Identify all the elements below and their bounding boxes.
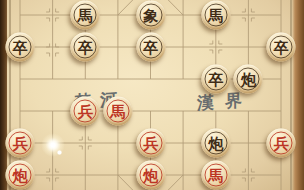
piece-black-pawn-file4-rank3[interactable]: 卒 [136, 33, 165, 62]
piece-glyph: 兵 [78, 104, 93, 119]
piece-black-horse-file2-rank2[interactable]: 馬 [71, 1, 100, 30]
piece-red-pawn-file4-rank6[interactable]: 兵 [136, 129, 165, 158]
piece-glyph: 卒 [143, 40, 158, 55]
piece-glyph: 炮 [143, 168, 158, 183]
piece-glyph: 炮 [241, 72, 256, 87]
piece-glyph: 卒 [208, 72, 223, 87]
piece-glyph: 兵 [143, 136, 158, 151]
piece-glyph: 兵 [274, 136, 289, 151]
piece-glyph: 馬 [78, 8, 93, 23]
piece-red-cannon-file0-rank7[interactable]: 炮 [6, 161, 35, 190]
piece-glyph: 卒 [13, 40, 28, 55]
piece-red-horse-file6-rank7[interactable]: 馬 [201, 161, 230, 190]
piece-glyph: 卒 [78, 40, 93, 55]
piece-red-cannon-file4-rank7[interactable]: 炮 [136, 161, 165, 190]
piece-glyph: 象 [143, 8, 158, 23]
piece-black-pawn-file2-rank3[interactable]: 卒 [71, 33, 100, 62]
piece-glyph: 兵 [13, 136, 28, 151]
piece-glyph: 馬 [110, 104, 125, 119]
piece-red-pawn-file2-rank5[interactable]: 兵 [71, 97, 100, 126]
piece-glyph: 炮 [13, 168, 28, 183]
xiangqi-board[interactable]: 楚河 漢界 馬象馬卒卒卒卒卒炮炮兵馬兵兵兵炮炮馬 [0, 0, 304, 190]
piece-black-elephant-file4-rank2[interactable]: 象 [136, 1, 165, 30]
piece-black-pawn-file8-rank3[interactable]: 卒 [267, 33, 296, 62]
piece-black-cannon-file7-rank4[interactable]: 炮 [234, 65, 263, 94]
piece-glyph: 馬 [208, 168, 223, 183]
piece-glyph: 卒 [274, 40, 289, 55]
piece-glyph: 馬 [208, 8, 223, 23]
piece-black-pawn-file0-rank3[interactable]: 卒 [6, 33, 35, 62]
piece-black-pawn-file6-rank4[interactable]: 卒 [201, 65, 230, 94]
piece-red-pawn-file0-rank6[interactable]: 兵 [6, 129, 35, 158]
piece-black-horse-file6-rank2[interactable]: 馬 [201, 1, 230, 30]
piece-glyph: 炮 [208, 136, 223, 151]
piece-red-horse-file3-rank5[interactable]: 馬 [103, 97, 132, 126]
piece-red-pawn-file8-rank6[interactable]: 兵 [267, 129, 296, 158]
piece-black-cannon-file6-rank6[interactable]: 炮 [201, 129, 230, 158]
